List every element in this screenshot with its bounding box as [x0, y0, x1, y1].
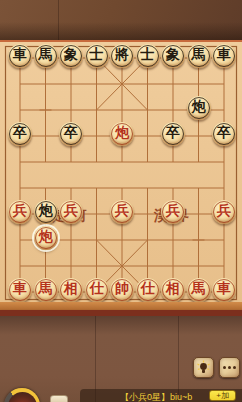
piece-red-馬[interactable]: 馬	[34, 278, 58, 302]
piece-red-相[interactable]: 相	[161, 278, 185, 302]
piece-glyph: 馬	[192, 48, 206, 62]
piece-glyph: 車	[217, 282, 231, 296]
piece-red-相[interactable]: 相	[59, 278, 83, 302]
piece-red-兵[interactable]: 兵	[110, 200, 134, 224]
piece-glyph: 卒	[64, 126, 78, 140]
piece-glyph: 相	[64, 282, 78, 296]
wood-seam	[58, 0, 59, 40]
piece-glyph: 士	[141, 48, 155, 62]
piece-black-卒[interactable]: 卒	[8, 122, 32, 146]
piece-red-兵[interactable]: 兵	[212, 200, 236, 224]
piece-red-兵[interactable]: 兵	[59, 200, 83, 224]
piece-glyph: 馬	[192, 282, 206, 296]
piece-black-士[interactable]: 士	[136, 44, 160, 68]
piece-black-車[interactable]: 車	[8, 44, 32, 68]
piece-red-車[interactable]: 車	[212, 278, 236, 302]
bottom-tile	[50, 395, 68, 402]
piece-red-馬[interactable]: 馬	[187, 278, 211, 302]
piece-black-士[interactable]: 士	[85, 44, 109, 68]
piece-black-車[interactable]: 車	[212, 44, 236, 68]
piece-glyph: 車	[13, 282, 27, 296]
piece-glyph: 車	[217, 48, 231, 62]
piece-glyph: 象	[64, 48, 78, 62]
chat-message: 【小兵0星】biu~b	[120, 391, 192, 402]
piece-red-仕[interactable]: 仕	[85, 278, 109, 302]
piece-glyph: 仕	[90, 282, 104, 296]
board-grid	[0, 42, 242, 304]
piece-glyph: 士	[90, 48, 104, 62]
piece-glyph: 相	[166, 282, 180, 296]
piece-glyph: 炮	[192, 100, 206, 114]
piece-red-兵[interactable]: 兵	[161, 200, 185, 224]
piece-glyph: 兵	[13, 204, 27, 218]
wood-background-top	[0, 0, 242, 40]
piece-black-將[interactable]: 將	[110, 44, 134, 68]
piece-glyph: 象	[166, 48, 180, 62]
piece-glyph: 帥	[115, 282, 129, 296]
piece-glyph: 兵	[217, 204, 231, 218]
piece-glyph: 炮	[39, 204, 53, 218]
piece-black-馬[interactable]: 馬	[34, 44, 58, 68]
piece-black-卒[interactable]: 卒	[161, 122, 185, 146]
piece-glyph: 馬	[39, 282, 53, 296]
piece-glyph: 兵	[166, 204, 180, 218]
avatar-image	[8, 392, 37, 402]
xiangqi-board[interactable]: 楚河 漢界 車馬象士將士象馬車炮卒卒炮卒卒兵炮兵兵兵兵炮車馬相仕帥仕相馬車	[0, 40, 242, 302]
piece-glyph: 馬	[39, 48, 53, 62]
chat-action-button[interactable]: +加	[209, 390, 236, 401]
piece-glyph: 將	[115, 48, 129, 62]
chat-bar[interactable]: 【小兵0星】biu~b +加	[80, 389, 242, 402]
piece-black-炮[interactable]: 炮	[34, 200, 58, 224]
piece-red-炮[interactable]: 炮	[34, 226, 58, 250]
piece-glyph: 仕	[141, 282, 155, 296]
lightbulb-icon	[196, 360, 211, 375]
piece-glyph: 卒	[13, 126, 27, 140]
piece-black-馬[interactable]: 馬	[187, 44, 211, 68]
game-screen: 楚河 漢界 車馬象士將士象馬車炮卒卒炮卒卒兵炮兵兵兵兵炮車馬相仕帥仕相馬車 【小…	[0, 0, 242, 402]
piece-black-象[interactable]: 象	[59, 44, 83, 68]
piece-red-車[interactable]: 車	[8, 278, 32, 302]
hint-button[interactable]	[193, 357, 214, 378]
ellipsis-icon	[223, 366, 236, 369]
piece-glyph: 炮	[115, 126, 129, 140]
more-button[interactable]	[219, 357, 240, 378]
piece-glyph: 炮	[39, 230, 53, 244]
piece-glyph: 車	[13, 48, 27, 62]
piece-black-炮[interactable]: 炮	[187, 96, 211, 120]
piece-black-卒[interactable]: 卒	[212, 122, 236, 146]
piece-glyph: 卒	[217, 126, 231, 140]
piece-black-卒[interactable]: 卒	[59, 122, 83, 146]
piece-red-兵[interactable]: 兵	[8, 200, 32, 224]
piece-red-仕[interactable]: 仕	[136, 278, 160, 302]
piece-red-炮[interactable]: 炮	[110, 122, 134, 146]
piece-glyph: 兵	[115, 204, 129, 218]
board-bevel	[0, 302, 242, 310]
piece-red-帥[interactable]: 帥	[110, 278, 134, 302]
piece-glyph: 兵	[64, 204, 78, 218]
piece-black-象[interactable]: 象	[161, 44, 185, 68]
piece-glyph: 卒	[166, 126, 180, 140]
